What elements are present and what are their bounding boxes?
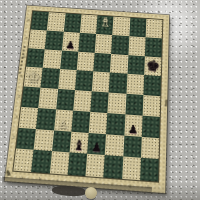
square-g7[interactable]: [128, 36, 145, 56]
square-e7[interactable]: [95, 34, 113, 54]
square-h3[interactable]: [142, 115, 160, 137]
square-e6[interactable]: [93, 52, 111, 72]
square-e2[interactable]: ♟: [87, 132, 106, 155]
black-pawn-a[interactable]: ♟: [65, 39, 75, 50]
square-d1[interactable]: [67, 153, 87, 176]
square-c6[interactable]: [60, 50, 78, 70]
square-b3[interactable]: [36, 108, 56, 130]
square-g3[interactable]: ♟: [124, 114, 142, 136]
white-bishop[interactable]: ♗: [99, 16, 112, 29]
square-f1[interactable]: [104, 155, 123, 179]
square-f8[interactable]: [113, 17, 130, 36]
square-c7[interactable]: ♟: [62, 31, 80, 51]
black-bishop[interactable]: ♝: [72, 138, 85, 152]
black-pawn-b[interactable]: ♟: [128, 123, 139, 135]
square-f5[interactable]: [109, 73, 127, 94]
square-d5[interactable]: [75, 70, 94, 91]
square-b1[interactable]: [31, 150, 51, 173]
square-c4[interactable]: [56, 89, 75, 110]
square-d4[interactable]: [73, 90, 92, 112]
square-h8[interactable]: [145, 19, 162, 38]
square-c8[interactable]: [63, 13, 81, 32]
fallen-piece-disc: [85, 187, 97, 199]
square-c2[interactable]: [52, 130, 72, 153]
square-h1[interactable]: [140, 158, 159, 182]
square-d2[interactable]: ♝: [69, 131, 88, 154]
rank-label-4: 4: [17, 94, 20, 99]
square-b6[interactable]: [43, 49, 62, 69]
square-b8[interactable]: [47, 12, 65, 31]
square-f3[interactable]: [106, 113, 125, 135]
rank-label-1: 1: [9, 157, 12, 162]
rank-label-2: 2: [12, 135, 15, 140]
square-g6[interactable]: [127, 55, 145, 75]
square-b2[interactable]: [34, 129, 54, 152]
square-g1[interactable]: [122, 157, 141, 181]
rank-label-3: 3: [15, 114, 18, 119]
rank-label-8: 8: [27, 18, 30, 23]
square-c1[interactable]: [49, 151, 69, 174]
square-b4[interactable]: [38, 88, 57, 109]
right-border-mark: [165, 99, 168, 106]
white-pawn[interactable]: ♙: [57, 118, 68, 130]
square-f2[interactable]: [105, 134, 124, 157]
square-h7[interactable]: [145, 37, 162, 57]
square-e1[interactable]: [85, 154, 104, 177]
square-b7[interactable]: [45, 30, 63, 50]
square-d3[interactable]: [71, 110, 90, 132]
rank-label-7: 7: [25, 36, 28, 41]
square-b5[interactable]: [41, 68, 60, 89]
square-f7[interactable]: [111, 35, 129, 55]
square-e8[interactable]: ♗: [96, 16, 114, 35]
square-g8[interactable]: [129, 18, 146, 37]
white-king[interactable]: ♔: [25, 70, 40, 85]
square-h5[interactable]: [143, 75, 161, 96]
chess-board: ♗♟♚♔♙♟♝♟ abcdefgh 87654321 ♞: [5, 6, 169, 194]
square-g4[interactable]: [125, 94, 143, 116]
square-d6[interactable]: [76, 51, 94, 71]
square-h6[interactable]: ♚: [144, 56, 161, 76]
square-d7[interactable]: [78, 33, 96, 53]
square-f6[interactable]: [110, 54, 128, 74]
square-f4[interactable]: [108, 93, 126, 115]
square-g5[interactable]: [126, 74, 144, 95]
square-e3[interactable]: [89, 112, 108, 134]
square-c5[interactable]: [58, 69, 77, 90]
square-d8[interactable]: [80, 14, 98, 33]
square-e5[interactable]: [92, 72, 110, 93]
square-e4[interactable]: [90, 91, 109, 113]
black-king[interactable]: ♚: [145, 58, 162, 76]
square-c3[interactable]: ♙: [54, 109, 73, 131]
square-h4[interactable]: [142, 95, 160, 117]
black-pawn-c[interactable]: ♟: [91, 142, 102, 154]
board-grid: ♗♟♚♔♙♟♝♟: [13, 11, 162, 181]
square-h2[interactable]: [141, 136, 160, 159]
square-g2[interactable]: [123, 135, 142, 158]
photo-scene: ♗♟♚♔♙♟♝♟ abcdefgh 87654321 ♞: [0, 0, 200, 200]
